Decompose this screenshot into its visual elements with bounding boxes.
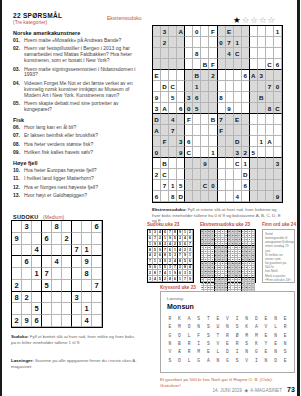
sudoku-cell[interactable] bbox=[42, 315, 52, 327]
ekstremsudoku-cell[interactable]: 3 bbox=[161, 26, 169, 37]
ekstremsudoku-cell[interactable] bbox=[161, 92, 169, 103]
ekstremsudoku-cell[interactable]: 9 bbox=[177, 147, 185, 158]
ekstremsudoku-cell[interactable] bbox=[266, 114, 274, 125]
ekstremsudoku-cell[interactable] bbox=[258, 180, 266, 191]
ekstremsudoku-cell[interactable] bbox=[218, 81, 226, 92]
ekstremsudoku-cell[interactable] bbox=[274, 92, 282, 103]
sudoku-cell[interactable]: 1 bbox=[82, 303, 92, 315]
ekstremsudoku-cell[interactable] bbox=[266, 125, 274, 136]
sudoku-cell[interactable] bbox=[52, 303, 62, 315]
ekstremsudoku-cell[interactable] bbox=[258, 191, 266, 202]
sudoku-cell[interactable] bbox=[62, 245, 72, 257]
ekstremsudoku-cell[interactable] bbox=[250, 114, 258, 125]
ekstremsudoku-cell[interactable] bbox=[266, 70, 274, 81]
ekstremsudoku-cell[interactable] bbox=[169, 169, 177, 180]
ekstremsudoku-cell[interactable]: A bbox=[266, 136, 274, 147]
ekstremsudoku-cell[interactable] bbox=[218, 191, 226, 202]
ekstremsudoku-cell[interactable] bbox=[201, 81, 209, 92]
sudoku-cell[interactable]: 3 bbox=[72, 292, 82, 304]
ekstremsudoku-cell[interactable] bbox=[274, 114, 282, 125]
ekstremsudoku-cell[interactable]: 0 bbox=[209, 180, 217, 191]
sudoku-cell[interactable]: 1 bbox=[32, 268, 42, 280]
ekstremsudoku-cell[interactable] bbox=[226, 92, 234, 103]
ekstremsudoku-cell[interactable] bbox=[258, 158, 266, 169]
ekstremsudoku-cell[interactable] bbox=[242, 26, 250, 37]
ekstremsudoku-cell[interactable]: 1 bbox=[258, 136, 266, 147]
ekstremsudoku-cell[interactable] bbox=[185, 70, 193, 81]
ekstremsudoku-cell[interactable] bbox=[226, 180, 234, 191]
ekstremsudoku-cell[interactable] bbox=[258, 169, 266, 180]
ekstremsudoku-cell[interactable] bbox=[185, 48, 193, 59]
sudoku-cell[interactable] bbox=[32, 280, 42, 292]
ekstremsudoku-cell[interactable] bbox=[250, 48, 258, 59]
ekstremsudoku-cell[interactable] bbox=[161, 114, 169, 125]
ekstremsudoku-cell[interactable]: 6 bbox=[177, 103, 185, 114]
sudoku-cell[interactable]: 2 bbox=[12, 315, 22, 327]
sudoku-cell[interactable] bbox=[42, 256, 52, 268]
ekstremsudoku-cell[interactable]: A bbox=[250, 70, 258, 81]
ekstremsudoku-cell[interactable] bbox=[250, 26, 258, 37]
ekstremsudoku-cell[interactable] bbox=[177, 114, 185, 125]
ekstremsudoku-cell[interactable]: F bbox=[209, 26, 217, 37]
ekstremsudoku-cell[interactable] bbox=[242, 103, 250, 114]
ekstremsudoku-cell[interactable] bbox=[193, 158, 201, 169]
ekstremsudoku-cell[interactable]: B bbox=[209, 114, 217, 125]
ekstremsudoku-cell[interactable] bbox=[234, 26, 242, 37]
ekstremsudoku-cell[interactable] bbox=[169, 147, 177, 158]
ekstremsudoku-cell[interactable] bbox=[201, 114, 209, 125]
ekstremsudoku-cell[interactable] bbox=[274, 125, 282, 136]
ekstremsudoku-cell[interactable]: 5 bbox=[169, 92, 177, 103]
sudoku-cell[interactable]: 6 bbox=[92, 221, 102, 233]
ekstremsudoku-cell[interactable] bbox=[209, 103, 217, 114]
ekstremsudoku-cell[interactable]: B bbox=[193, 70, 201, 81]
ekstremsudoku-cell[interactable]: 3 bbox=[185, 92, 193, 103]
sudoku-cell[interactable] bbox=[42, 303, 52, 315]
ekstremsudoku-cell[interactable]: 3 bbox=[177, 136, 185, 147]
sudoku-cell[interactable] bbox=[92, 256, 102, 268]
ekstremsudoku-cell[interactable] bbox=[201, 136, 209, 147]
ekstremsudoku-cell[interactable] bbox=[226, 114, 234, 125]
ekstremsudoku-cell[interactable] bbox=[274, 70, 282, 81]
sudoku-cell[interactable]: 5 bbox=[32, 303, 42, 315]
ekstremsudoku-cell[interactable] bbox=[161, 48, 169, 59]
ekstremsudoku-cell[interactable] bbox=[209, 136, 217, 147]
ekstremsudoku-cell[interactable]: F bbox=[185, 114, 193, 125]
ekstremsudoku-cell[interactable]: F bbox=[161, 136, 169, 147]
sudoku-cell[interactable] bbox=[42, 245, 52, 257]
ekstremsudoku-cell[interactable]: 4 bbox=[234, 191, 242, 202]
ekstremsudoku-cell[interactable] bbox=[153, 37, 161, 48]
ekstremsudoku-cell[interactable]: E bbox=[234, 114, 242, 125]
ekstremsudoku-cell[interactable] bbox=[266, 158, 274, 169]
ekstremsudoku-cell[interactable] bbox=[169, 70, 177, 81]
sudoku-cell[interactable]: 9 bbox=[22, 315, 32, 327]
ekstremsudoku-cell[interactable] bbox=[250, 125, 258, 136]
sudoku-cell[interactable] bbox=[92, 292, 102, 304]
ekstremsudoku-cell[interactable] bbox=[274, 147, 282, 158]
ekstremsudoku-cell[interactable] bbox=[226, 147, 234, 158]
ekstremsudoku-cell[interactable] bbox=[234, 92, 242, 103]
ekstremsudoku-cell[interactable]: B bbox=[161, 158, 169, 169]
ekstremsudoku-cell[interactable] bbox=[169, 59, 177, 70]
ekstremsudoku-cell[interactable] bbox=[201, 169, 209, 180]
ekstremsudoku-cell[interactable] bbox=[209, 92, 217, 103]
sudoku-cell[interactable] bbox=[12, 245, 22, 257]
ekstremsudoku-cell[interactable] bbox=[226, 70, 234, 81]
ekstremsudoku-cell[interactable] bbox=[153, 158, 161, 169]
ekstremsudoku-cell[interactable]: 0 bbox=[218, 37, 226, 48]
sudoku-cell[interactable] bbox=[62, 256, 72, 268]
ekstremsudoku-cell[interactable] bbox=[258, 26, 266, 37]
ekstremsudoku-cell[interactable] bbox=[185, 37, 193, 48]
ekstremsudoku-cell[interactable]: 1 bbox=[169, 180, 177, 191]
ekstremsudoku-cell[interactable] bbox=[209, 125, 217, 136]
sudoku-cell[interactable] bbox=[22, 233, 32, 245]
ekstremsudoku-cell[interactable] bbox=[185, 158, 193, 169]
ekstremsudoku-cell[interactable]: 1 bbox=[193, 81, 201, 92]
ekstremsudoku-cell[interactable] bbox=[161, 191, 169, 202]
ekstremsudoku-cell[interactable]: F bbox=[209, 59, 217, 70]
ekstremsudoku-cell[interactable]: F bbox=[218, 125, 226, 136]
ekstremsudoku-cell[interactable]: C bbox=[169, 81, 177, 92]
ekstremsudoku-cell[interactable]: 0 bbox=[153, 147, 161, 158]
ekstremsudoku-cell[interactable] bbox=[234, 70, 242, 81]
ekstremsudoku-cell[interactable] bbox=[218, 70, 226, 81]
sudoku-cell[interactable] bbox=[92, 303, 102, 315]
ekstremsudoku-cell[interactable] bbox=[250, 103, 258, 114]
ekstremsudoku-cell[interactable] bbox=[242, 191, 250, 202]
sudoku-cell[interactable]: 8 bbox=[12, 292, 22, 304]
ekstremsudoku-cell[interactable]: 7 bbox=[266, 81, 274, 92]
ekstremsudoku-cell[interactable] bbox=[185, 169, 193, 180]
ekstremsudoku-cell[interactable] bbox=[226, 158, 234, 169]
sudoku-cell[interactable]: 3 bbox=[22, 221, 32, 233]
ekstremsudoku-cell[interactable] bbox=[266, 92, 274, 103]
ekstremsudoku-cell[interactable] bbox=[193, 59, 201, 70]
ekstremsudoku-cell[interactable]: 6 bbox=[274, 59, 282, 70]
ekstremsudoku-cell[interactable]: 3 bbox=[153, 103, 161, 114]
ekstremsudoku-cell[interactable] bbox=[177, 70, 185, 81]
ekstremsudoku-cell[interactable] bbox=[266, 48, 274, 59]
ekstremsudoku-cell[interactable] bbox=[201, 191, 209, 202]
ekstremsudoku-cell[interactable]: B bbox=[258, 92, 266, 103]
ekstremsudoku-cell[interactable] bbox=[193, 191, 201, 202]
ekstremsudoku-cell[interactable] bbox=[161, 147, 169, 158]
ekstremsudoku-cell[interactable] bbox=[274, 169, 282, 180]
ekstremsudoku-cell[interactable] bbox=[234, 103, 242, 114]
ekstremsudoku-cell[interactable] bbox=[266, 26, 274, 37]
sudoku-cell[interactable]: 7 bbox=[42, 268, 52, 280]
sudoku-cell[interactable] bbox=[12, 268, 22, 280]
ekstremsudoku-cell[interactable] bbox=[258, 103, 266, 114]
sudoku-cell[interactable] bbox=[82, 280, 92, 292]
ekstremsudoku-cell[interactable] bbox=[266, 147, 274, 158]
ekstremsudoku-cell[interactable] bbox=[234, 180, 242, 191]
ekstremsudoku-cell[interactable] bbox=[250, 158, 258, 169]
ekstremsudoku-cell[interactable] bbox=[258, 81, 266, 92]
sudoku-cell[interactable] bbox=[62, 221, 72, 233]
ekstremsudoku-cell[interactable] bbox=[153, 180, 161, 191]
ekstremsudoku-cell[interactable] bbox=[177, 125, 185, 136]
ekstremsudoku-cell[interactable] bbox=[193, 136, 201, 147]
sudoku-cell[interactable]: 4 bbox=[52, 256, 62, 268]
ekstremsudoku-cell[interactable] bbox=[242, 125, 250, 136]
sudoku-cell[interactable] bbox=[52, 280, 62, 292]
ekstremsudoku-cell[interactable]: 3 bbox=[258, 70, 266, 81]
ekstremsudoku-cell[interactable]: 3 bbox=[274, 158, 282, 169]
ekstremsudoku-cell[interactable]: 2 bbox=[242, 147, 250, 158]
ekstremsudoku-cell[interactable]: A bbox=[161, 103, 169, 114]
sudoku-cell[interactable] bbox=[32, 292, 42, 304]
ekstremsudoku-cell[interactable] bbox=[242, 114, 250, 125]
sudoku-cell[interactable] bbox=[72, 256, 82, 268]
sudoku-cell[interactable] bbox=[32, 233, 42, 245]
sudoku-cell[interactable] bbox=[72, 233, 82, 245]
sudoku-cell[interactable] bbox=[22, 303, 32, 315]
ekstremsudoku-cell[interactable]: 0 bbox=[185, 103, 193, 114]
ekstremsudoku-cell[interactable]: 8 bbox=[169, 191, 177, 202]
ekstremsudoku-cell[interactable] bbox=[266, 37, 274, 48]
ekstremsudoku-cell[interactable]: 1 bbox=[274, 26, 282, 37]
ekstremsudoku-cell[interactable]: 0 bbox=[193, 26, 201, 37]
sudoku-cell[interactable]: 2 bbox=[12, 280, 22, 292]
sudoku-cell[interactable]: 6 bbox=[32, 315, 42, 327]
sudoku-cell[interactable] bbox=[22, 245, 32, 257]
ekstremsudoku-cell[interactable] bbox=[153, 48, 161, 59]
ekstremsudoku-cell[interactable] bbox=[226, 191, 234, 202]
ekstremsudoku-cell[interactable] bbox=[266, 191, 274, 202]
ekstremsudoku-cell[interactable] bbox=[226, 136, 234, 147]
ekstremsudoku-cell[interactable] bbox=[193, 180, 201, 191]
ekstremsudoku-cell[interactable] bbox=[250, 92, 258, 103]
ekstremsudoku-cell[interactable] bbox=[250, 169, 258, 180]
sudoku-cell[interactable]: 2 bbox=[62, 233, 72, 245]
ekstremsudoku-cell[interactable] bbox=[266, 180, 274, 191]
sudoku-cell[interactable] bbox=[32, 221, 42, 233]
ekstremsudoku-cell[interactable] bbox=[209, 81, 217, 92]
ekstremsudoku-cell[interactable]: 7 bbox=[226, 37, 234, 48]
ekstremsudoku-cell[interactable] bbox=[201, 92, 209, 103]
ekstremsudoku-cell[interactable]: 8 bbox=[266, 103, 274, 114]
ekstremsudoku-cell[interactable]: 9 bbox=[153, 92, 161, 103]
sudoku-cell[interactable] bbox=[92, 233, 102, 245]
sudoku-cell[interactable] bbox=[22, 280, 32, 292]
ekstremsudoku-cell[interactable]: 4 bbox=[226, 48, 234, 59]
ekstremsudoku-cell[interactable]: 5 bbox=[177, 180, 185, 191]
ekstremsudoku-cell[interactable]: D bbox=[242, 169, 250, 180]
ekstremsudoku-cell[interactable] bbox=[209, 48, 217, 59]
ekstremsudoku-cell[interactable]: 6 bbox=[153, 191, 161, 202]
sudoku-cell[interactable] bbox=[12, 256, 22, 268]
sudoku-cell[interactable] bbox=[52, 268, 62, 280]
ekstremsudoku-cell[interactable]: D bbox=[177, 191, 185, 202]
ekstremsudoku-cell[interactable]: 6 bbox=[193, 92, 201, 103]
ekstremsudoku-cell[interactable] bbox=[209, 37, 217, 48]
ekstremsudoku-cell[interactable] bbox=[258, 147, 266, 158]
ekstremsudoku-cell[interactable] bbox=[177, 92, 185, 103]
sudoku-cell[interactable] bbox=[82, 233, 92, 245]
ekstremsudoku-cell[interactable]: A bbox=[177, 26, 185, 37]
ekstremsudoku-cell[interactable]: C bbox=[161, 169, 169, 180]
ekstremsudoku-cell[interactable] bbox=[201, 103, 209, 114]
ekstremsudoku-cell[interactable] bbox=[201, 125, 209, 136]
ekstremsudoku-cell[interactable] bbox=[161, 70, 169, 81]
ekstremsudoku-cell[interactable]: 8 bbox=[193, 48, 201, 59]
sudoku-cell[interactable] bbox=[52, 292, 62, 304]
sudoku-cell[interactable] bbox=[22, 268, 32, 280]
ekstremsudoku-cell[interactable] bbox=[177, 158, 185, 169]
ekstremsudoku-cell[interactable]: 2 bbox=[153, 169, 161, 180]
ekstremsudoku-cell[interactable]: 5 bbox=[250, 147, 258, 158]
sudoku-cell[interactable] bbox=[62, 303, 72, 315]
ekstremsudoku-cell[interactable] bbox=[209, 158, 217, 169]
sudoku-cell[interactable] bbox=[72, 268, 82, 280]
ekstremsudoku-cell[interactable] bbox=[169, 136, 177, 147]
ekstremsudoku-cell[interactable] bbox=[242, 59, 250, 70]
ekstremsudoku-cell[interactable]: C bbox=[185, 147, 193, 158]
ekstremsudoku-cell[interactable]: D bbox=[234, 136, 242, 147]
ekstremsudoku-cell[interactable] bbox=[218, 158, 226, 169]
ekstremsudoku-cell[interactable] bbox=[193, 37, 201, 48]
sudoku-cell[interactable] bbox=[62, 280, 72, 292]
ekstremsudoku-cell[interactable]: 9 bbox=[226, 103, 234, 114]
ekstremsudoku-cell[interactable]: 1 bbox=[209, 147, 217, 158]
ekstremsudoku-cell[interactable] bbox=[258, 125, 266, 136]
ekstremsudoku-cell[interactable] bbox=[234, 125, 242, 136]
ekstremsudoku-cell[interactable] bbox=[218, 26, 226, 37]
ekstremsudoku-cell[interactable] bbox=[258, 114, 266, 125]
ekstremsudoku-cell[interactable]: 9 bbox=[274, 191, 282, 202]
sudoku-cell[interactable]: 2 bbox=[22, 292, 32, 304]
ekstremsudoku-cell[interactable]: 4 bbox=[169, 114, 177, 125]
ekstremsudoku-cell[interactable] bbox=[201, 147, 209, 158]
ekstremsudoku-cell[interactable]: 6 bbox=[242, 70, 250, 81]
ekstremsudoku-cell[interactable] bbox=[218, 48, 226, 59]
ekstremsudoku-cell[interactable]: 7 bbox=[169, 125, 177, 136]
ekstremsudoku-cell[interactable] bbox=[242, 92, 250, 103]
ekstremsudoku-cell[interactable] bbox=[209, 169, 217, 180]
sudoku-cell[interactable] bbox=[42, 221, 52, 233]
ekstremsudoku-cell[interactable]: 1 bbox=[234, 37, 242, 48]
ekstremsudoku-cell[interactable] bbox=[274, 48, 282, 59]
ekstremsudoku-cell[interactable] bbox=[226, 59, 234, 70]
ekstremsudoku-cell[interactable] bbox=[177, 169, 185, 180]
sudoku-cell[interactable]: 7 bbox=[92, 280, 102, 292]
ekstremsudoku-cell[interactable]: 2 bbox=[161, 37, 169, 48]
sudoku-cell[interactable] bbox=[72, 280, 82, 292]
ekstremsudoku-cell[interactable] bbox=[193, 169, 201, 180]
ekstremsudoku-cell[interactable] bbox=[177, 81, 185, 92]
ekstremsudoku-cell[interactable] bbox=[274, 136, 282, 147]
ekstremsudoku-cell[interactable] bbox=[177, 59, 185, 70]
sudoku-cell[interactable] bbox=[82, 221, 92, 233]
ekstremsudoku-cell[interactable] bbox=[250, 59, 258, 70]
ekstremsudoku-cell[interactable]: 0 bbox=[274, 81, 282, 92]
ekstremsudoku-cell[interactable] bbox=[169, 158, 177, 169]
ekstremsudoku-cell[interactable] bbox=[185, 125, 193, 136]
ekstremsudoku-cell[interactable] bbox=[218, 180, 226, 191]
ekstremsudoku-cell[interactable] bbox=[161, 59, 169, 70]
ekstremsudoku-cell[interactable] bbox=[226, 125, 234, 136]
sudoku-cell[interactable] bbox=[52, 315, 62, 327]
ekstremsudoku-cell[interactable] bbox=[169, 37, 177, 48]
sudoku-cell[interactable]: 7 bbox=[72, 245, 82, 257]
ekstremsudoku-cell[interactable] bbox=[242, 136, 250, 147]
ekstremsudoku-cell[interactable] bbox=[177, 48, 185, 59]
ekstremsudoku-cell[interactable] bbox=[169, 48, 177, 59]
ekstremsudoku-cell[interactable] bbox=[226, 169, 234, 180]
ekstremsudoku-cell[interactable] bbox=[185, 180, 193, 191]
sudoku-cell[interactable] bbox=[82, 292, 92, 304]
ekstremsudoku-cell[interactable] bbox=[218, 103, 226, 114]
ekstremsudoku-cell[interactable] bbox=[234, 169, 242, 180]
ekstremsudoku-cell[interactable] bbox=[234, 81, 242, 92]
sudoku-cell[interactable] bbox=[92, 268, 102, 280]
ekstremsudoku-cell[interactable] bbox=[153, 59, 161, 70]
sudoku-cell[interactable] bbox=[92, 245, 102, 257]
ekstremsudoku-cell[interactable]: 7 bbox=[161, 180, 169, 191]
ekstremsudoku-cell[interactable]: 7 bbox=[218, 114, 226, 125]
sudoku-cell[interactable] bbox=[72, 315, 82, 327]
ekstremsudoku-cell[interactable]: 8 bbox=[218, 92, 226, 103]
ekstremsudoku-cell[interactable] bbox=[242, 48, 250, 59]
ekstremsudoku-cell[interactable] bbox=[169, 103, 177, 114]
ekstremsudoku-cell[interactable] bbox=[226, 81, 234, 92]
sudoku-cell[interactable]: 1 bbox=[82, 245, 92, 257]
ekstremsudoku-cell[interactable] bbox=[161, 125, 169, 136]
ekstremsudoku-cell[interactable] bbox=[274, 180, 282, 191]
ekstremsudoku-cell[interactable]: 1 bbox=[242, 158, 250, 169]
sudoku-cell[interactable]: 8 bbox=[52, 221, 62, 233]
ekstremsudoku-cell[interactable] bbox=[153, 26, 161, 37]
ekstremsudoku-cell[interactable] bbox=[218, 136, 226, 147]
ekstremsudoku-cell[interactable] bbox=[274, 37, 282, 48]
ekstremsudoku-cell[interactable] bbox=[250, 191, 258, 202]
ekstremsudoku-cell[interactable] bbox=[201, 26, 209, 37]
ekstremsudoku-cell[interactable] bbox=[218, 169, 226, 180]
sudoku-cell[interactable] bbox=[72, 221, 82, 233]
ekstremsudoku-cell[interactable] bbox=[250, 180, 258, 191]
ekstremsudoku-cell[interactable] bbox=[185, 59, 193, 70]
sudoku-cell[interactable] bbox=[72, 303, 82, 315]
ekstremsudoku-cell[interactable]: D bbox=[161, 81, 169, 92]
ekstremsudoku-cell[interactable] bbox=[201, 70, 209, 81]
ekstremsudoku-cell[interactable] bbox=[266, 169, 274, 180]
ekstremsudoku-cell[interactable] bbox=[185, 26, 193, 37]
ekstremsudoku-cell[interactable] bbox=[193, 125, 201, 136]
sudoku-cell[interactable]: 9 bbox=[12, 233, 22, 245]
ekstremsudoku-cell[interactable]: C bbox=[234, 48, 242, 59]
sudoku-cell[interactable]: 9 bbox=[82, 256, 92, 268]
ekstremsudoku-cell[interactable] bbox=[218, 147, 226, 158]
ekstremsudoku-cell[interactable]: 9 bbox=[201, 158, 209, 169]
ekstremsudoku-cell[interactable] bbox=[153, 136, 161, 147]
sudoku-cell[interactable] bbox=[62, 268, 72, 280]
ekstremsudoku-cell[interactable] bbox=[153, 81, 161, 92]
ekstremsudoku-cell[interactable] bbox=[250, 136, 258, 147]
sudoku-cell[interactable] bbox=[62, 292, 72, 304]
sudoku-cell[interactable] bbox=[92, 315, 102, 327]
ekstremsudoku-cell[interactable] bbox=[234, 59, 242, 70]
ekstremsudoku-cell[interactable] bbox=[242, 37, 250, 48]
ekstremsudoku-cell[interactable]: D bbox=[153, 114, 161, 125]
ekstremsudoku-cell[interactable]: C bbox=[201, 180, 209, 191]
ekstremsudoku-cell[interactable] bbox=[258, 59, 266, 70]
sudoku-cell[interactable] bbox=[52, 233, 62, 245]
ekstremsudoku-cell[interactable] bbox=[177, 37, 185, 48]
ekstremsudoku-cell[interactable] bbox=[250, 81, 258, 92]
